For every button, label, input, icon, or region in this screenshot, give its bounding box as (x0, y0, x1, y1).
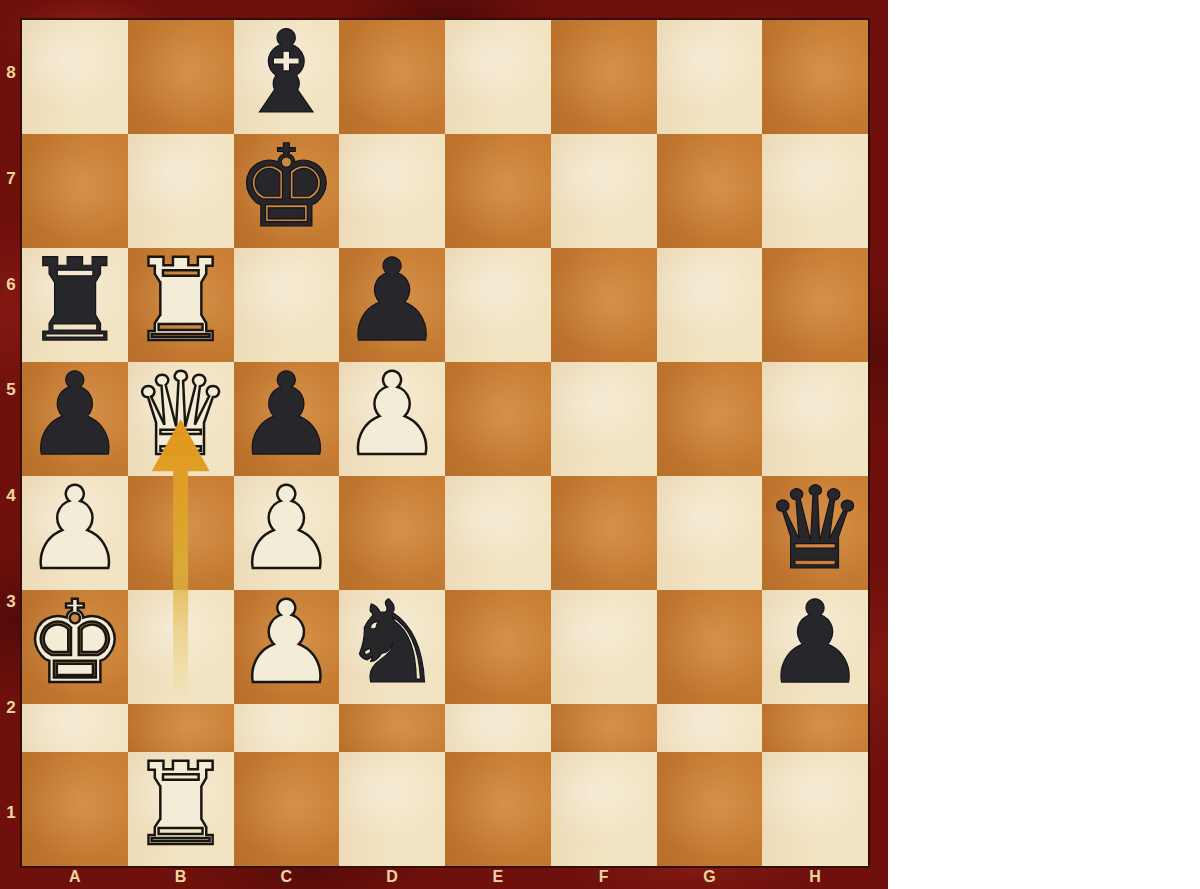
square-f1[interactable] (551, 752, 657, 866)
square-g2[interactable] (657, 704, 763, 752)
square-f7[interactable] (551, 134, 657, 248)
square-e2[interactable] (445, 704, 551, 752)
square-h4[interactable]: ♛ (762, 476, 868, 590)
square-c4[interactable]: ♟ (234, 476, 340, 590)
square-h2[interactable] (762, 704, 868, 752)
square-f2[interactable] (551, 704, 657, 752)
rank-label-8: 8 (0, 20, 22, 126)
file-label-b: B (128, 866, 234, 889)
square-a5[interactable]: ♟ (22, 362, 128, 476)
square-h7[interactable] (762, 134, 868, 248)
square-d8[interactable] (339, 20, 445, 134)
square-c2[interactable] (234, 704, 340, 752)
square-g6[interactable] (657, 248, 763, 362)
white-rook-b1[interactable]: ♜ (130, 748, 232, 862)
square-d5[interactable]: ♟ (339, 362, 445, 476)
rank-label-1: 1 (0, 760, 22, 866)
white-pawn-c3[interactable]: ♟ (235, 586, 337, 700)
white-pawn-d5[interactable]: ♟ (341, 358, 443, 472)
white-pawn-c4[interactable]: ♟ (235, 472, 337, 586)
square-e5[interactable] (445, 362, 551, 476)
square-b3[interactable] (128, 590, 234, 704)
square-a6[interactable]: ♜ (22, 248, 128, 362)
square-h6[interactable] (762, 248, 868, 362)
rank-label-3: 3 (0, 549, 22, 655)
square-a2[interactable] (22, 704, 128, 752)
white-pawn-a4[interactable]: ♟ (24, 472, 126, 586)
square-e1[interactable] (445, 752, 551, 866)
square-e3[interactable] (445, 590, 551, 704)
square-f8[interactable] (551, 20, 657, 134)
square-f3[interactable] (551, 590, 657, 704)
square-b6[interactable]: ♜ (128, 248, 234, 362)
square-g1[interactable] (657, 752, 763, 866)
file-label-a: A (22, 866, 128, 889)
square-d7[interactable] (339, 134, 445, 248)
rank-label-6: 6 (0, 232, 22, 338)
rank-label-4: 4 (0, 443, 22, 549)
black-knight-d3[interactable]: ♞ (341, 586, 443, 700)
square-h8[interactable] (762, 20, 868, 134)
square-a8[interactable] (22, 20, 128, 134)
white-rook-b6[interactable]: ♜ (130, 244, 232, 358)
square-e7[interactable] (445, 134, 551, 248)
square-g5[interactable] (657, 362, 763, 476)
black-bishop-c8[interactable]: ♝ (235, 16, 337, 130)
square-d4[interactable] (339, 476, 445, 590)
board-frame: 87654321 ♝♚♜♜♟♟♛♟♟♟♟♛♚♟♞♟♜ ABCDEFGH (0, 0, 888, 889)
square-f6[interactable] (551, 248, 657, 362)
file-label-d: D (339, 866, 445, 889)
file-label-h: H (762, 866, 868, 889)
black-rook-a6[interactable]: ♜ (24, 244, 126, 358)
black-pawn-h3[interactable]: ♟ (764, 586, 866, 700)
square-b4[interactable] (128, 476, 234, 590)
chess-diagram: 87654321 ♝♚♜♜♟♟♛♟♟♟♟♛♚♟♞♟♜ ABCDEFGH (0, 0, 1200, 889)
square-g4[interactable] (657, 476, 763, 590)
square-g7[interactable] (657, 134, 763, 248)
square-c7[interactable]: ♚ (234, 134, 340, 248)
square-h1[interactable] (762, 752, 868, 866)
square-d3[interactable]: ♞ (339, 590, 445, 704)
black-pawn-c5[interactable]: ♟ (235, 358, 337, 472)
square-h3[interactable]: ♟ (762, 590, 868, 704)
square-c3[interactable]: ♟ (234, 590, 340, 704)
file-label-c: C (234, 866, 340, 889)
square-f5[interactable] (551, 362, 657, 476)
file-label-f: F (551, 866, 657, 889)
rank-labels: 87654321 (0, 20, 22, 866)
square-b5[interactable]: ♛ (128, 362, 234, 476)
square-b8[interactable] (128, 20, 234, 134)
black-queen-h4[interactable]: ♛ (764, 472, 866, 586)
square-e8[interactable] (445, 20, 551, 134)
square-g8[interactable] (657, 20, 763, 134)
square-g3[interactable] (657, 590, 763, 704)
chess-board[interactable]: ♝♚♜♜♟♟♛♟♟♟♟♛♚♟♞♟♜ (22, 20, 868, 866)
square-c5[interactable]: ♟ (234, 362, 340, 476)
square-d2[interactable] (339, 704, 445, 752)
square-e6[interactable] (445, 248, 551, 362)
white-queen-b5[interactable]: ♛ (130, 358, 232, 472)
rank-label-2: 2 (0, 655, 22, 761)
square-c1[interactable] (234, 752, 340, 866)
square-e4[interactable] (445, 476, 551, 590)
square-f4[interactable] (551, 476, 657, 590)
square-c6[interactable] (234, 248, 340, 362)
file-label-e: E (445, 866, 551, 889)
square-d6[interactable]: ♟ (339, 248, 445, 362)
square-b1[interactable]: ♜ (128, 752, 234, 866)
square-d1[interactable] (339, 752, 445, 866)
square-c8[interactable]: ♝ (234, 20, 340, 134)
square-b7[interactable] (128, 134, 234, 248)
black-king-c7[interactable]: ♚ (235, 130, 337, 244)
rank-label-7: 7 (0, 126, 22, 232)
square-a4[interactable]: ♟ (22, 476, 128, 590)
black-pawn-d6[interactable]: ♟ (341, 244, 443, 358)
square-h5[interactable] (762, 362, 868, 476)
square-a1[interactable] (22, 752, 128, 866)
rank-label-5: 5 (0, 337, 22, 443)
square-a3[interactable]: ♚ (22, 590, 128, 704)
white-king-a3[interactable]: ♚ (24, 586, 126, 700)
file-label-g: G (657, 866, 763, 889)
black-pawn-a5[interactable]: ♟ (24, 358, 126, 472)
square-a7[interactable] (22, 134, 128, 248)
file-labels: ABCDEFGH (22, 866, 868, 889)
